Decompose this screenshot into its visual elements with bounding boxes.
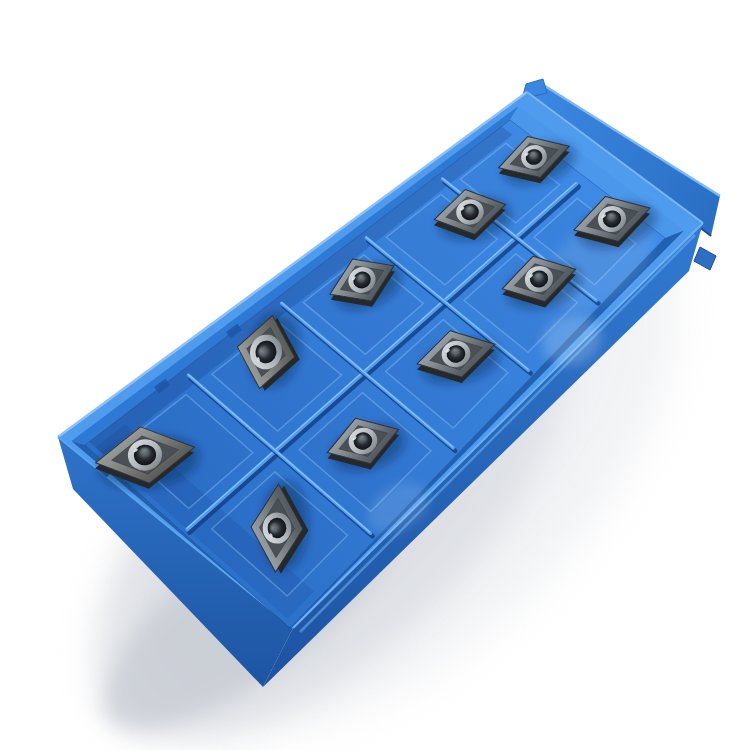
- insert-box-product-photo: [0, 0, 750, 750]
- tray-photo-svg: [0, 0, 750, 750]
